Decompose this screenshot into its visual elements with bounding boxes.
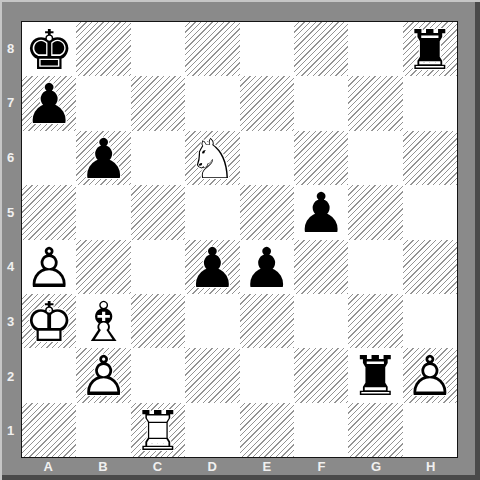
square-f3[interactable]	[294, 294, 348, 348]
square-h1[interactable]	[403, 403, 457, 457]
rank-label-2: 2	[0, 349, 21, 404]
square-b2[interactable]: ♟♙	[76, 348, 130, 402]
piece-outline-layer: ♗	[79, 295, 128, 350]
board: ♚♜♟♟♞♘♟♟♙♟♟♚♔♝♗♟♙♜♟♙♜♖	[21, 21, 458, 458]
square-a2[interactable]	[22, 348, 76, 402]
black-pawn-b6[interactable]: ♟	[76, 131, 130, 185]
square-d7[interactable]	[185, 76, 239, 130]
file-label-g: G	[349, 458, 404, 475]
square-h5[interactable]	[403, 185, 457, 239]
square-c1[interactable]: ♜♖	[131, 403, 185, 457]
piece-glyph: ♜	[405, 23, 454, 78]
square-a3[interactable]: ♚♔	[22, 294, 76, 348]
white-bishop-b3[interactable]: ♝♗	[76, 294, 130, 348]
square-d2[interactable]	[185, 348, 239, 402]
black-pawn-a7[interactable]: ♟	[22, 76, 76, 130]
square-b8[interactable]	[76, 22, 130, 76]
square-g3[interactable]	[348, 294, 402, 348]
rank-label-5: 5	[0, 185, 21, 240]
file-label-f: F	[294, 458, 349, 475]
black-pawn-f5[interactable]: ♟	[294, 185, 348, 239]
square-c5[interactable]	[131, 185, 185, 239]
piece-glyph: ♟	[25, 77, 74, 132]
square-b1[interactable]	[76, 403, 130, 457]
square-b7[interactable]	[76, 76, 130, 130]
file-labels: A B C D E F G H	[21, 458, 458, 475]
square-e2[interactable]	[240, 348, 294, 402]
piece-outline-layer: ♘	[188, 132, 237, 187]
square-a4[interactable]: ♟♙	[22, 240, 76, 294]
square-g1[interactable]	[348, 403, 402, 457]
square-c4[interactable]	[131, 240, 185, 294]
file-label-c: C	[130, 458, 185, 475]
square-f5[interactable]: ♟	[294, 185, 348, 239]
square-h8[interactable]: ♜	[403, 22, 457, 76]
rank-label-4: 4	[0, 240, 21, 295]
white-pawn-h2[interactable]: ♟♙	[403, 348, 457, 402]
square-g8[interactable]	[348, 22, 402, 76]
square-d1[interactable]	[185, 403, 239, 457]
black-pawn-d4[interactable]: ♟	[185, 240, 239, 294]
square-e7[interactable]	[240, 76, 294, 130]
square-g4[interactable]	[348, 240, 402, 294]
square-h2[interactable]: ♟♙	[403, 348, 457, 402]
square-f4[interactable]	[294, 240, 348, 294]
piece-glyph: ♟	[188, 241, 237, 296]
black-rook-g2[interactable]: ♜	[348, 348, 402, 402]
black-rook-h8[interactable]: ♜	[403, 22, 457, 76]
square-g2[interactable]: ♜	[348, 348, 402, 402]
square-c8[interactable]	[131, 22, 185, 76]
square-c2[interactable]	[131, 348, 185, 402]
chess-diagram: { "game": "chess", "position": { "fen": …	[0, 0, 480, 480]
square-d5[interactable]	[185, 185, 239, 239]
square-a5[interactable]	[22, 185, 76, 239]
square-a6[interactable]	[22, 131, 76, 185]
piece-glyph: ♟	[79, 132, 128, 187]
square-a8[interactable]: ♚	[22, 22, 76, 76]
square-d3[interactable]	[185, 294, 239, 348]
square-g6[interactable]	[348, 131, 402, 185]
square-c7[interactable]	[131, 76, 185, 130]
square-f6[interactable]	[294, 131, 348, 185]
square-d6[interactable]: ♞♘	[185, 131, 239, 185]
file-label-h: H	[403, 458, 458, 475]
white-knight-d6[interactable]: ♞♘	[185, 131, 239, 185]
rank-label-3: 3	[0, 294, 21, 349]
rank-label-1: 1	[0, 403, 21, 458]
square-e4[interactable]: ♟	[240, 240, 294, 294]
square-d4[interactable]: ♟	[185, 240, 239, 294]
file-label-a: A	[21, 458, 76, 475]
square-a7[interactable]: ♟	[22, 76, 76, 130]
piece-outline-layer: ♔	[25, 295, 74, 350]
black-pawn-e4[interactable]: ♟	[240, 240, 294, 294]
square-b4[interactable]	[76, 240, 130, 294]
square-a1[interactable]	[22, 403, 76, 457]
square-c3[interactable]	[131, 294, 185, 348]
square-g5[interactable]	[348, 185, 402, 239]
square-e6[interactable]	[240, 131, 294, 185]
square-f7[interactable]	[294, 76, 348, 130]
rank-label-7: 7	[0, 76, 21, 131]
square-e8[interactable]	[240, 22, 294, 76]
square-f1[interactable]	[294, 403, 348, 457]
piece-outline-layer: ♙	[25, 241, 74, 296]
white-rook-c1[interactable]: ♜♖	[131, 403, 185, 457]
piece-glyph: ♟	[296, 186, 345, 241]
square-b6[interactable]: ♟	[76, 131, 130, 185]
square-h3[interactable]	[403, 294, 457, 348]
piece-outline-layer: ♙	[79, 349, 128, 404]
white-king-a3[interactable]: ♚♔	[22, 294, 76, 348]
square-e5[interactable]	[240, 185, 294, 239]
square-h6[interactable]	[403, 131, 457, 185]
square-b5[interactable]	[76, 185, 130, 239]
white-pawn-b2[interactable]: ♟♙	[76, 348, 130, 402]
file-label-b: B	[76, 458, 131, 475]
square-e3[interactable]	[240, 294, 294, 348]
rank-label-8: 8	[0, 21, 21, 76]
square-f8[interactable]	[294, 22, 348, 76]
square-h7[interactable]	[403, 76, 457, 130]
square-d8[interactable]	[185, 22, 239, 76]
piece-glyph: ♜	[351, 349, 400, 404]
file-label-d: D	[185, 458, 240, 475]
square-f2[interactable]	[294, 348, 348, 402]
black-king-a8[interactable]: ♚	[22, 22, 76, 76]
rank-label-6: 6	[0, 130, 21, 185]
piece-glyph: ♚	[25, 23, 74, 78]
white-pawn-a4[interactable]: ♟♙	[22, 240, 76, 294]
square-e1[interactable]	[240, 403, 294, 457]
file-label-e: E	[240, 458, 295, 475]
rank-labels: 8 7 6 5 4 3 2 1	[0, 21, 21, 458]
square-h4[interactable]	[403, 240, 457, 294]
piece-outline-layer: ♙	[405, 349, 454, 404]
piece-outline-layer: ♖	[133, 404, 182, 459]
square-g7[interactable]	[348, 76, 402, 130]
square-b3[interactable]: ♝♗	[76, 294, 130, 348]
square-c6[interactable]	[131, 131, 185, 185]
piece-glyph: ♟	[242, 241, 291, 296]
